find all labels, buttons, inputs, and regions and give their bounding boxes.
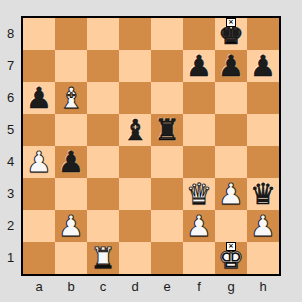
black-pawn[interactable]: ♟ bbox=[215, 50, 247, 82]
square-b7[interactable] bbox=[55, 50, 87, 82]
square-b4[interactable]: ♟ bbox=[55, 146, 87, 178]
square-h1[interactable] bbox=[247, 242, 279, 274]
black-pawn[interactable]: ♟ bbox=[55, 146, 87, 178]
rank-labels: 87654321 bbox=[0, 18, 21, 274]
file-labels: abcdefgh bbox=[23, 277, 279, 297]
file-label: e bbox=[151, 277, 183, 297]
square-d4[interactable] bbox=[119, 146, 151, 178]
square-e3[interactable] bbox=[151, 178, 183, 210]
white-pawn[interactable]: ♟ bbox=[247, 210, 279, 242]
file-label: a bbox=[23, 277, 55, 297]
square-g4[interactable] bbox=[215, 146, 247, 178]
square-h2[interactable]: ♟ bbox=[247, 210, 279, 242]
black-pawn[interactable]: ♟ bbox=[183, 50, 215, 82]
square-c7[interactable] bbox=[87, 50, 119, 82]
square-e1[interactable] bbox=[151, 242, 183, 274]
rank-label: 5 bbox=[0, 114, 21, 146]
square-e6[interactable] bbox=[151, 82, 183, 114]
square-e8[interactable] bbox=[151, 18, 183, 50]
square-d6[interactable] bbox=[119, 82, 151, 114]
square-h3[interactable]: ♛ bbox=[247, 178, 279, 210]
white-pawn[interactable]: ♟ bbox=[183, 210, 215, 242]
chess-diagram: 87654321 ♚×♟♟♟♟♝♝♜♟♟♛♟♛♟♟♟♜♚× abcdefgh bbox=[0, 0, 302, 302]
chess-board: ♚×♟♟♟♟♝♝♜♟♟♛♟♛♟♟♟♜♚× bbox=[21, 16, 281, 276]
square-f8[interactable] bbox=[183, 18, 215, 50]
square-g1[interactable]: ♚× bbox=[215, 242, 247, 274]
square-f7[interactable]: ♟ bbox=[183, 50, 215, 82]
file-label: b bbox=[55, 277, 87, 297]
square-e7[interactable] bbox=[151, 50, 183, 82]
square-c3[interactable] bbox=[87, 178, 119, 210]
square-d2[interactable] bbox=[119, 210, 151, 242]
black-bishop[interactable]: ♝ bbox=[119, 114, 151, 146]
file-label: d bbox=[119, 277, 151, 297]
square-f4[interactable] bbox=[183, 146, 215, 178]
file-label: f bbox=[183, 277, 215, 297]
square-e5[interactable]: ♜ bbox=[151, 114, 183, 146]
square-b6[interactable]: ♝ bbox=[55, 82, 87, 114]
square-b1[interactable] bbox=[55, 242, 87, 274]
square-d1[interactable] bbox=[119, 242, 151, 274]
file-label: g bbox=[215, 277, 247, 297]
rank-label: 2 bbox=[0, 210, 21, 242]
black-pawn[interactable]: ♟ bbox=[247, 50, 279, 82]
white-bishop[interactable]: ♝ bbox=[55, 82, 87, 114]
square-d5[interactable]: ♝ bbox=[119, 114, 151, 146]
file-label: h bbox=[247, 277, 279, 297]
square-g7[interactable]: ♟ bbox=[215, 50, 247, 82]
square-h8[interactable] bbox=[247, 18, 279, 50]
square-a5[interactable] bbox=[23, 114, 55, 146]
rank-label: 7 bbox=[0, 50, 21, 82]
square-a7[interactable] bbox=[23, 50, 55, 82]
king-cross-icon: × bbox=[226, 242, 236, 251]
square-f3[interactable]: ♛ bbox=[183, 178, 215, 210]
square-h7[interactable]: ♟ bbox=[247, 50, 279, 82]
square-d3[interactable] bbox=[119, 178, 151, 210]
file-label: c bbox=[87, 277, 119, 297]
square-g6[interactable] bbox=[215, 82, 247, 114]
square-g8[interactable]: ♚× bbox=[215, 18, 247, 50]
square-a3[interactable] bbox=[23, 178, 55, 210]
square-g2[interactable] bbox=[215, 210, 247, 242]
white-queen[interactable]: ♛ bbox=[183, 178, 215, 210]
square-e4[interactable] bbox=[151, 146, 183, 178]
rank-label: 3 bbox=[0, 178, 21, 210]
square-d8[interactable] bbox=[119, 18, 151, 50]
square-c1[interactable]: ♜ bbox=[87, 242, 119, 274]
square-c6[interactable] bbox=[87, 82, 119, 114]
rank-label: 4 bbox=[0, 146, 21, 178]
black-rook[interactable]: ♜ bbox=[151, 114, 183, 146]
square-a4[interactable]: ♟ bbox=[23, 146, 55, 178]
white-pawn[interactable]: ♟ bbox=[55, 210, 87, 242]
square-e2[interactable] bbox=[151, 210, 183, 242]
square-f5[interactable] bbox=[183, 114, 215, 146]
square-b3[interactable] bbox=[55, 178, 87, 210]
black-pawn[interactable]: ♟ bbox=[23, 82, 55, 114]
square-a8[interactable] bbox=[23, 18, 55, 50]
square-c8[interactable] bbox=[87, 18, 119, 50]
square-c4[interactable] bbox=[87, 146, 119, 178]
square-g3[interactable]: ♟ bbox=[215, 178, 247, 210]
square-g5[interactable] bbox=[215, 114, 247, 146]
white-rook[interactable]: ♜ bbox=[87, 242, 119, 274]
square-f2[interactable]: ♟ bbox=[183, 210, 215, 242]
square-d7[interactable] bbox=[119, 50, 151, 82]
black-queen[interactable]: ♛ bbox=[247, 178, 279, 210]
square-a2[interactable] bbox=[23, 210, 55, 242]
square-b8[interactable] bbox=[55, 18, 87, 50]
square-h6[interactable] bbox=[247, 82, 279, 114]
rank-label: 6 bbox=[0, 82, 21, 114]
square-a6[interactable]: ♟ bbox=[23, 82, 55, 114]
square-a1[interactable] bbox=[23, 242, 55, 274]
square-b5[interactable] bbox=[55, 114, 87, 146]
square-h5[interactable] bbox=[247, 114, 279, 146]
white-pawn[interactable]: ♟ bbox=[23, 146, 55, 178]
rank-label: 8 bbox=[0, 18, 21, 50]
square-c5[interactable] bbox=[87, 114, 119, 146]
square-f1[interactable] bbox=[183, 242, 215, 274]
square-b2[interactable]: ♟ bbox=[55, 210, 87, 242]
square-f6[interactable] bbox=[183, 82, 215, 114]
square-h4[interactable] bbox=[247, 146, 279, 178]
king-cross-icon: × bbox=[226, 18, 236, 27]
white-pawn[interactable]: ♟ bbox=[215, 178, 247, 210]
rank-label: 1 bbox=[0, 242, 21, 274]
square-c2[interactable] bbox=[87, 210, 119, 242]
